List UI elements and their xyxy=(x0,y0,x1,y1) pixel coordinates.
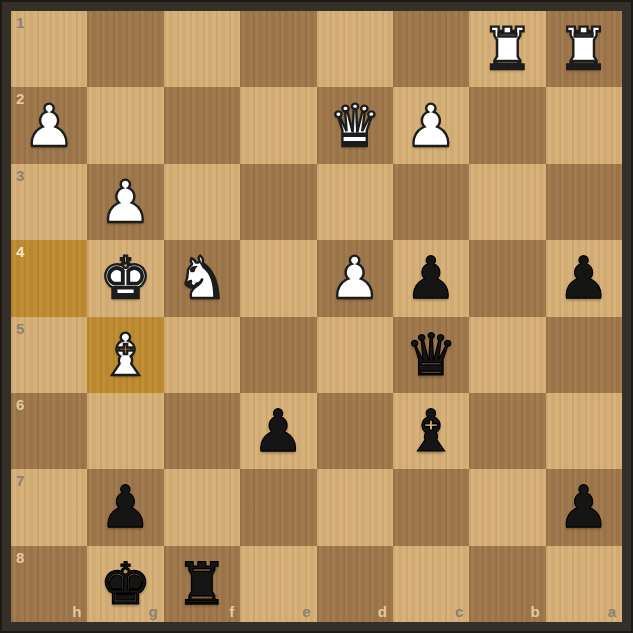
rank-label-3: 3 xyxy=(16,167,24,184)
piece-black-pawn[interactable]: ♟ xyxy=(558,249,610,307)
file-label-b: b xyxy=(530,603,539,620)
square-f6[interactable] xyxy=(164,393,240,469)
square-h6[interactable]: 6 xyxy=(11,393,87,469)
square-e7[interactable] xyxy=(240,469,316,545)
piece-black-pawn[interactable]: ♟ xyxy=(100,478,152,536)
square-c6[interactable]: ♝ xyxy=(393,393,469,469)
square-d4[interactable]: ♟ xyxy=(317,240,393,316)
square-b8[interactable]: b xyxy=(469,546,545,622)
square-f8[interactable]: ♜f xyxy=(164,546,240,622)
piece-black-pawn[interactable]: ♟ xyxy=(558,478,610,536)
rank-label-4: 4 xyxy=(16,243,24,260)
square-b4[interactable] xyxy=(469,240,545,316)
square-c4[interactable]: ♟ xyxy=(393,240,469,316)
piece-white-king[interactable]: ♚ xyxy=(100,249,152,307)
file-label-e: e xyxy=(302,603,310,620)
square-c2[interactable]: ♟ xyxy=(393,87,469,163)
square-a3[interactable] xyxy=(546,164,622,240)
square-a4[interactable]: ♟ xyxy=(546,240,622,316)
square-e5[interactable] xyxy=(240,317,316,393)
piece-white-rook[interactable]: ♜ xyxy=(558,20,610,78)
piece-black-queen[interactable]: ♛ xyxy=(405,326,457,384)
square-h7[interactable]: 7 xyxy=(11,469,87,545)
square-g6[interactable] xyxy=(87,393,163,469)
square-d2[interactable]: ♛ xyxy=(317,87,393,163)
square-e3[interactable] xyxy=(240,164,316,240)
square-b1[interactable]: ♜ xyxy=(469,11,545,87)
square-b6[interactable] xyxy=(469,393,545,469)
square-e4[interactable] xyxy=(240,240,316,316)
square-g1[interactable] xyxy=(87,11,163,87)
file-label-a: a xyxy=(608,603,616,620)
piece-black-bishop[interactable]: ♝ xyxy=(405,402,457,460)
square-a5[interactable] xyxy=(546,317,622,393)
square-d8[interactable]: d xyxy=(317,546,393,622)
rank-label-1: 1 xyxy=(16,14,24,31)
square-b3[interactable] xyxy=(469,164,545,240)
square-f5[interactable] xyxy=(164,317,240,393)
square-c1[interactable] xyxy=(393,11,469,87)
square-d6[interactable] xyxy=(317,393,393,469)
square-f1[interactable] xyxy=(164,11,240,87)
square-d7[interactable] xyxy=(317,469,393,545)
square-b2[interactable] xyxy=(469,87,545,163)
piece-black-pawn[interactable]: ♟ xyxy=(405,249,457,307)
square-f7[interactable] xyxy=(164,469,240,545)
square-e6[interactable]: ♟ xyxy=(240,393,316,469)
square-g3[interactable]: ♟ xyxy=(87,164,163,240)
square-a2[interactable] xyxy=(546,87,622,163)
square-b7[interactable] xyxy=(469,469,545,545)
file-label-h: h xyxy=(72,603,81,620)
piece-white-pawn[interactable]: ♟ xyxy=(329,249,381,307)
file-label-f: f xyxy=(229,603,234,620)
piece-white-pawn[interactable]: ♟ xyxy=(23,97,75,155)
square-c7[interactable] xyxy=(393,469,469,545)
file-label-c: c xyxy=(455,603,463,620)
square-g5[interactable]: ♝ xyxy=(87,317,163,393)
chess-board: 1♜♜♟2♛♟3♟4♚♞♟♟♟5♝♛6♟♝7♟♟8h♚g♜fedcba xyxy=(11,11,622,622)
square-g4[interactable]: ♚ xyxy=(87,240,163,316)
square-h3[interactable]: 3 xyxy=(11,164,87,240)
square-d1[interactable] xyxy=(317,11,393,87)
square-e1[interactable] xyxy=(240,11,316,87)
square-a1[interactable]: ♜ xyxy=(546,11,622,87)
square-h4[interactable]: 4 xyxy=(11,240,87,316)
file-label-d: d xyxy=(378,603,387,620)
square-a7[interactable]: ♟ xyxy=(546,469,622,545)
piece-white-pawn[interactable]: ♟ xyxy=(100,173,152,231)
square-h2[interactable]: ♟2 xyxy=(11,87,87,163)
square-h5[interactable]: 5 xyxy=(11,317,87,393)
rank-label-6: 6 xyxy=(16,396,24,413)
square-d5[interactable] xyxy=(317,317,393,393)
piece-black-king[interactable]: ♚ xyxy=(100,555,152,613)
piece-white-knight[interactable]: ♞ xyxy=(176,249,228,307)
square-c5[interactable]: ♛ xyxy=(393,317,469,393)
square-f2[interactable] xyxy=(164,87,240,163)
square-h8[interactable]: 8h xyxy=(11,546,87,622)
square-h1[interactable]: 1 xyxy=(11,11,87,87)
rank-label-7: 7 xyxy=(16,472,24,489)
square-a8[interactable]: a xyxy=(546,546,622,622)
square-f4[interactable]: ♞ xyxy=(164,240,240,316)
square-a6[interactable] xyxy=(546,393,622,469)
square-g2[interactable] xyxy=(87,87,163,163)
square-c3[interactable] xyxy=(393,164,469,240)
piece-black-pawn[interactable]: ♟ xyxy=(252,402,304,460)
board-frame: 1♜♜♟2♛♟3♟4♚♞♟♟♟5♝♛6♟♝7♟♟8h♚g♜fedcba xyxy=(0,0,633,633)
piece-white-queen[interactable]: ♛ xyxy=(329,97,381,155)
piece-black-rook[interactable]: ♜ xyxy=(176,555,228,613)
piece-white-pawn[interactable]: ♟ xyxy=(405,97,457,155)
piece-white-rook[interactable]: ♜ xyxy=(481,20,533,78)
piece-white-bishop[interactable]: ♝ xyxy=(100,326,152,384)
square-g7[interactable]: ♟ xyxy=(87,469,163,545)
square-e2[interactable] xyxy=(240,87,316,163)
square-g8[interactable]: ♚g xyxy=(87,546,163,622)
rank-label-5: 5 xyxy=(16,320,24,337)
square-b5[interactable] xyxy=(469,317,545,393)
square-c8[interactable]: c xyxy=(393,546,469,622)
square-d3[interactable] xyxy=(317,164,393,240)
square-f3[interactable] xyxy=(164,164,240,240)
rank-label-8: 8 xyxy=(16,549,24,566)
square-e8[interactable]: e xyxy=(240,546,316,622)
